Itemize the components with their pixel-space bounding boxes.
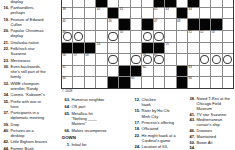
clue-number: 63. — [62, 97, 70, 102]
grid-cell[interactable] — [165, 19, 175, 30]
grid-cell[interactable] — [177, 31, 187, 42]
grid-cell[interactable] — [96, 77, 106, 88]
grid-cell[interactable]: 43 — [165, 8, 175, 19]
cell-number: 40 — [97, 8, 100, 11]
clue-item: 42.Little Bighorn braves — [1, 139, 60, 144]
clue-item: 40.Pictures on adesktop — [1, 128, 60, 138]
clue-item: 22.Folk/rock starSuzanne — [1, 46, 60, 56]
grid-cell[interactable] — [119, 43, 129, 54]
cell-number: 52 — [200, 31, 203, 34]
block-cell — [200, 19, 210, 30]
clue-item: 34.Cosmic "Kaboom"s — [1, 92, 60, 97]
grid-cell[interactable] — [165, 77, 175, 88]
clue-number: 64. — [62, 104, 70, 109]
clue-text: OS part — [72, 104, 86, 109]
clue-text: perhaps — [11, 10, 25, 15]
grid-cell[interactable] — [85, 77, 95, 88]
grid-cell[interactable] — [96, 19, 106, 30]
clue-text: Minh City — [142, 114, 159, 119]
circle-mark — [154, 55, 163, 64]
clue-text: Cullen — [11, 22, 22, 27]
block-cell — [188, 0, 198, 7]
grid-cell[interactable] — [211, 8, 221, 19]
circled-cell[interactable] — [108, 31, 118, 42]
clue-item: 65.Metallica hit"Nothing ____Matters" — [62, 111, 110, 126]
clue-text: display — [11, 33, 23, 38]
block-cell — [142, 19, 152, 30]
clue-number: 38. — [187, 97, 195, 102]
clue-number: 39. — [1, 122, 9, 127]
clue-number: 12. — [132, 97, 140, 102]
cell-number: 55 — [166, 43, 169, 46]
grid-cell[interactable] — [62, 0, 72, 7]
clue-text: hero — [11, 104, 19, 109]
block-cell — [108, 8, 118, 19]
block-cell — [96, 0, 106, 7]
grid-cell[interactable] — [73, 0, 83, 7]
bottom-left-clues-column: 63.Humerus neighbor64.OS part65.Metallic… — [62, 97, 110, 150]
clue-number: 22. — [1, 46, 9, 51]
grid-cell[interactable] — [211, 77, 221, 88]
clue-text: family — [11, 74, 21, 79]
clue-item: 15.River by Ho ChiMinh City — [132, 108, 185, 118]
clue-number: 40. — [1, 128, 9, 133]
circle-mark — [108, 55, 117, 64]
across-clues-tail: 63.Humerus neighbor64.OS part65.Metallic… — [62, 97, 110, 133]
circle-mark — [223, 55, 232, 64]
cell-number: 41 — [120, 8, 123, 11]
grid-cell[interactable]: 64 — [62, 77, 72, 88]
circled-cell[interactable]: 49 — [62, 31, 72, 42]
clue-item: 16.Panhandlers,perhaps — [1, 5, 60, 15]
grid-cell[interactable] — [73, 8, 83, 19]
cell-number: 57 — [74, 54, 77, 57]
down-clues-start: 1.Initial forKennedy — [62, 142, 110, 150]
clue-number: 19. — [1, 17, 9, 22]
clue-item: 44.Former Bush — [1, 146, 60, 150]
block-cell — [177, 77, 187, 88]
circle-mark — [63, 32, 72, 41]
grid-cell[interactable] — [177, 54, 187, 65]
cell-number: 56 — [62, 54, 65, 57]
grid-cell[interactable] — [131, 0, 141, 7]
clue-text: Drop — [11, 122, 20, 127]
circled-cell[interactable]: 60 — [154, 54, 164, 65]
circled-cell[interactable] — [73, 31, 83, 42]
clue-text: Humerus neighbor — [72, 97, 105, 102]
circled-cell[interactable]: 59 — [142, 54, 152, 65]
grid-cell[interactable] — [223, 77, 233, 88]
circled-cell[interactable] — [108, 54, 118, 65]
clue-item: 23.Meritorious — [1, 58, 60, 63]
clue-number: 22. — [132, 133, 140, 138]
cell-number: 45 — [62, 20, 65, 23]
grid-cell[interactable]: 39 — [62, 8, 72, 19]
grid-cell[interactable] — [131, 8, 141, 19]
grid-cell[interactable]: 50 — [119, 31, 129, 42]
grid-cell[interactable] — [211, 43, 221, 54]
clue-item: 20.Popular Christmasdisplay — [1, 28, 60, 38]
grid-cell[interactable] — [85, 19, 95, 30]
clue-item: 63.Humerus neighbor — [62, 97, 110, 102]
bottom-right-clues-column: 38.Noted T-Rex at theChicago FieldMuseum… — [187, 97, 234, 150]
grid-cell[interactable] — [142, 8, 152, 19]
grid-cell[interactable] — [96, 31, 106, 42]
crossword-grid: 3940414243444546474849505152535455565758… — [61, 0, 234, 89]
clue-number: 30. — [1, 64, 9, 69]
circled-cell[interactable] — [131, 54, 141, 65]
grid-cell[interactable] — [223, 19, 233, 30]
clue-text: corsair's ship — [197, 122, 220, 127]
grid-cell[interactable]: 40 — [96, 8, 106, 19]
circle-mark — [131, 55, 140, 64]
grid-cell[interactable]: 51 — [188, 31, 198, 42]
clue-number: 34. — [1, 92, 9, 97]
circle-mark — [143, 55, 152, 64]
cell-number: 39 — [62, 8, 65, 11]
clue-text: Suzanne — [11, 51, 27, 56]
grid-cell[interactable] — [96, 54, 106, 65]
grid-cell[interactable]: 61 — [62, 66, 72, 77]
grid-cell[interactable] — [108, 0, 118, 7]
grid-cell[interactable]: 56 — [62, 54, 72, 65]
cell-number: 54 — [97, 43, 100, 46]
clue-item: 22.He might hawk at aCardinal's game — [132, 133, 185, 143]
cell-number: 61 — [62, 66, 65, 69]
grid-cell[interactable]: 66 — [188, 77, 198, 88]
grid-cell[interactable] — [131, 31, 141, 42]
cell-number: 47 — [154, 20, 157, 23]
circled-cell[interactable] — [154, 31, 164, 42]
clue-text: Maintained — [197, 134, 217, 139]
cell-number: 42 — [154, 8, 157, 11]
down-header: DOWN — [62, 135, 110, 140]
clue-number: 1. — [62, 142, 70, 147]
grid-cell[interactable]: 41 — [119, 8, 129, 19]
clue-text: TV star Suzanne — [197, 112, 227, 117]
grid-cell[interactable]: 54 — [96, 43, 106, 54]
grid-cell[interactable] — [200, 8, 210, 19]
clue-number: 47. — [187, 135, 195, 140]
block-cell — [119, 77, 129, 88]
clue-text: Boxer Ali — [197, 140, 213, 145]
block-cell — [211, 19, 221, 30]
circled-cell[interactable] — [211, 54, 221, 65]
clue-text: wrestler, Randy — [11, 86, 39, 91]
clue-text: Museum — [197, 106, 212, 111]
clue-text: across — [142, 149, 154, 150]
grid-cell[interactable] — [223, 8, 233, 19]
block-cell — [131, 66, 141, 77]
left-clues-column: display16.Panhandlers,perhaps19.Feature … — [1, 2, 60, 150]
clue-text: Unalaska native — [11, 40, 39, 45]
grid-cell[interactable] — [165, 31, 175, 42]
block-cell — [177, 8, 187, 19]
cell-number: 53 — [211, 31, 214, 34]
clue-item: 17.Princess's offering — [132, 120, 185, 125]
clue-item: 37.Participants in adiplomatic meeting — [1, 110, 60, 120]
grid-cell[interactable] — [73, 77, 83, 88]
clue-number: 44. — [1, 146, 9, 150]
clue-text: Little Bighorn braves — [11, 139, 47, 144]
clue-text: Meritorious — [11, 58, 31, 63]
grid-cell[interactable] — [165, 54, 175, 65]
cell-number: 50 — [120, 31, 123, 34]
clue-text: Kennedy — [72, 149, 88, 150]
grid-cell[interactable] — [223, 0, 233, 7]
grid-cell[interactable]: 58 — [85, 54, 95, 65]
grid-cell[interactable] — [200, 0, 210, 7]
cell-number: 62 — [143, 66, 146, 69]
grid-cell[interactable] — [211, 66, 221, 77]
grid-cell[interactable]: 45 — [62, 19, 72, 30]
grid-cell[interactable] — [223, 66, 233, 77]
grid-cell[interactable]: 44 — [188, 8, 198, 19]
circled-cell[interactable] — [200, 54, 210, 65]
grid-cell[interactable] — [200, 43, 210, 54]
clue-text: Drowses — [197, 128, 213, 133]
cell-number: 48 — [177, 20, 180, 23]
clue-item: 21.Unalaska native — [1, 40, 60, 45]
clue-text: Cosmic "Kaboom"s — [11, 92, 45, 97]
clue-text: Makes recompense — [72, 128, 107, 133]
grid-cell[interactable]: 42 — [154, 8, 164, 19]
block-cell — [85, 43, 95, 54]
clue-item: 43.Mediterraneancorsair's ship — [187, 118, 234, 128]
clue-item: 64.OS part — [62, 104, 110, 109]
circle-mark — [108, 32, 117, 41]
clue-item: 39.Drop — [1, 122, 60, 127]
clue-item: 24.Location of 63-across — [132, 144, 185, 150]
block-cell — [108, 77, 118, 88]
grid-cell[interactable] — [131, 19, 141, 30]
grid-cell[interactable] — [211, 0, 221, 7]
grid-cell[interactable] — [154, 66, 164, 77]
block-cell — [119, 66, 129, 77]
clue-number: 24. — [132, 144, 140, 149]
block-cell — [188, 19, 198, 30]
clue-number: 21. — [1, 40, 9, 45]
grid-cell[interactable] — [73, 19, 83, 30]
grid-cell[interactable] — [223, 31, 233, 42]
clue-item: 1.Initial for — [62, 142, 110, 147]
grid-cell[interactable] — [188, 43, 198, 54]
circle-mark — [74, 32, 83, 41]
block-cell — [119, 19, 129, 30]
grid-cell[interactable] — [142, 0, 152, 7]
cell-number: 58 — [85, 54, 88, 57]
clue-item: 18.Officiated — [132, 126, 185, 131]
clue-number: 35. — [1, 99, 9, 104]
block-cell — [165, 0, 175, 7]
clue-number: 43. — [187, 118, 195, 123]
grid-cell[interactable] — [142, 77, 152, 88]
clue-item: 33.WWE championwrestler, Randy — [1, 81, 60, 91]
clue-item: 30.Even backwards,she's still part of th… — [1, 64, 60, 79]
clue-item: 19.Feature of EdwardCullen — [1, 17, 60, 27]
clue-item: 12.Chickenhawk — [132, 97, 185, 107]
grid-cell[interactable] — [85, 0, 95, 7]
cell-number: 64 — [62, 77, 65, 80]
cell-number: 51 — [189, 31, 192, 34]
grid-cell[interactable] — [200, 66, 210, 77]
circled-cell[interactable] — [142, 31, 152, 42]
clue-text: Initial for — [72, 142, 87, 147]
clue-text: Officiated — [142, 126, 159, 131]
clue-text: diplomatic meeting — [11, 115, 44, 120]
grid-cell[interactable] — [177, 0, 187, 7]
clue-text: Princess's offering — [142, 120, 174, 125]
grid-cell[interactable] — [85, 31, 95, 42]
crossword-page: { "game": "crossword", "position": { "gr… — [0, 0, 235, 150]
grid-cell[interactable] — [188, 54, 198, 65]
cell-number: 43 — [166, 8, 169, 11]
clue-item: 38.Noted T-Rex at theChicago FieldMuseum — [187, 97, 234, 112]
clue-number: 15. — [132, 108, 140, 113]
copyright-notice: © 2008 — [62, 90, 72, 93]
clue-text: Matters" — [72, 121, 87, 126]
block-cell — [154, 0, 164, 7]
block-cell — [142, 43, 152, 54]
block-cell — [177, 66, 187, 77]
grid-cell[interactable]: 48 — [177, 19, 187, 30]
clue-item: 54. — [187, 146, 234, 150]
grid-cell[interactable] — [85, 8, 95, 19]
clue-text: hawk — [142, 102, 151, 107]
clue-item: 35.Prefix with war orhero — [1, 99, 60, 109]
clue-number: 23. — [1, 58, 9, 63]
clue-number: 65. — [62, 111, 70, 116]
cell-number: 44 — [189, 8, 192, 11]
grid-cell[interactable]: 46 — [108, 19, 118, 30]
grid-cell[interactable]: 65 — [131, 77, 141, 88]
clue-text: Cardinal's game — [142, 138, 171, 143]
grid-cell[interactable]: 55 — [165, 43, 175, 54]
grid-cell[interactable] — [85, 66, 95, 77]
circle-mark — [212, 55, 221, 64]
circle-mark — [200, 55, 209, 64]
grid-cell[interactable]: 53 — [211, 31, 221, 42]
grid-cell[interactable] — [119, 54, 129, 65]
block-cell — [154, 43, 164, 54]
grid-cell[interactable] — [73, 66, 83, 77]
clue-text: display — [11, 0, 23, 4]
grid-cell[interactable]: 57 — [73, 54, 83, 65]
grid-cell[interactable] — [131, 43, 141, 54]
cell-number: 66 — [189, 77, 192, 80]
grid-cell[interactable] — [96, 66, 106, 77]
grid-cell[interactable] — [108, 66, 118, 77]
grid-cell[interactable] — [119, 0, 129, 7]
clue-number: 18. — [132, 126, 140, 131]
clue-number: 20. — [1, 28, 9, 33]
clue-number: 33. — [1, 81, 9, 86]
circle-mark — [154, 32, 163, 41]
clue-item: Kennedy — [62, 149, 110, 150]
clue-number: 66. — [62, 128, 70, 133]
cell-number: 65 — [131, 77, 134, 80]
circled-cell[interactable] — [223, 54, 233, 65]
grid-cell[interactable]: 62 — [142, 66, 152, 77]
block-cell — [62, 43, 72, 54]
grid-cell[interactable] — [108, 43, 118, 54]
clue-number: 16. — [1, 5, 9, 10]
grid-cell[interactable] — [223, 43, 233, 54]
grid-cell[interactable]: 47 — [154, 19, 164, 30]
cell-number: 63 — [189, 66, 192, 69]
grid-cell[interactable]: 52 — [200, 31, 210, 42]
grid-cell[interactable] — [200, 77, 210, 88]
clue-number: 42. — [1, 139, 9, 144]
clue-text: Former Bush — [11, 146, 34, 150]
clue-item: 66.Makes recompense — [62, 128, 110, 133]
clue-item: display — [1, 0, 60, 4]
cell-number: 46 — [108, 20, 111, 23]
clue-text: desktop — [11, 133, 25, 138]
clue-number: 54. — [187, 146, 195, 150]
circle-mark — [143, 32, 152, 41]
grid-cell[interactable] — [165, 66, 175, 77]
bottom-middle-clues-column: 12.Chickenhawk15.River by Ho ChiMinh Cit… — [132, 97, 185, 150]
block-cell — [73, 43, 83, 54]
clue-number: 37. — [1, 110, 9, 115]
grid-cell[interactable] — [154, 77, 164, 88]
grid-cell[interactable] — [177, 43, 187, 54]
clue-number: 17. — [132, 120, 140, 125]
grid-cell[interactable]: 63 — [188, 66, 198, 77]
